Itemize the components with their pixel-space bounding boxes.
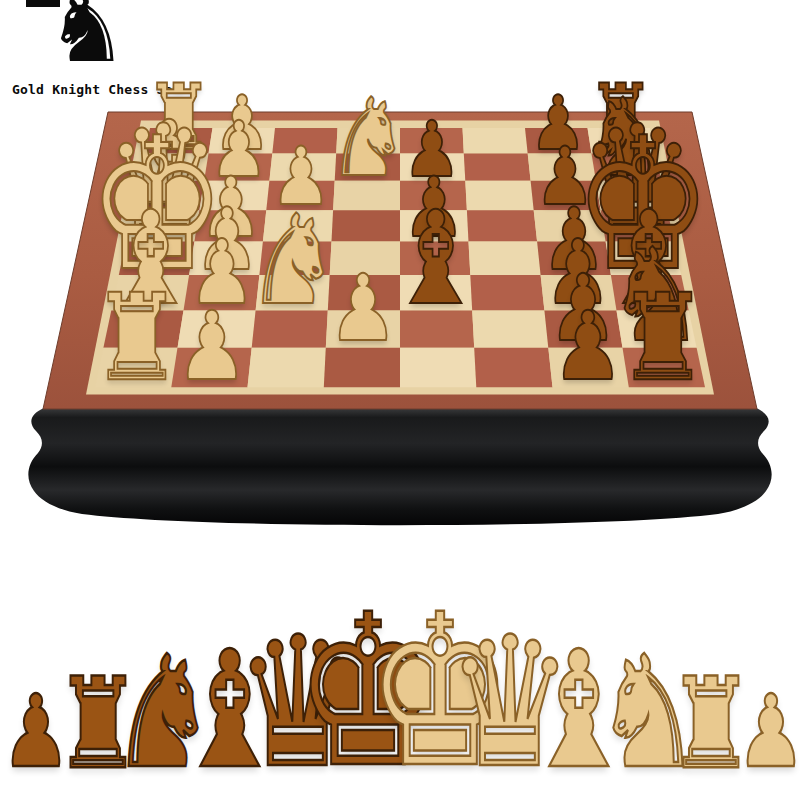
square-c3[interactable] bbox=[266, 181, 334, 210]
square-g8[interactable] bbox=[617, 310, 697, 347]
square-b4[interactable] bbox=[335, 153, 400, 180]
square-e1[interactable] bbox=[119, 242, 195, 275]
square-g5[interactable] bbox=[400, 310, 474, 347]
square-d8[interactable] bbox=[601, 210, 675, 241]
square-c7[interactable] bbox=[531, 181, 601, 210]
square-a6[interactable] bbox=[463, 128, 528, 153]
square-d3[interactable] bbox=[263, 210, 333, 241]
square-e5[interactable] bbox=[400, 242, 470, 275]
square-e2[interactable] bbox=[189, 242, 263, 275]
square-e7[interactable] bbox=[537, 242, 611, 275]
plinth-base bbox=[28, 408, 771, 525]
square-c1[interactable] bbox=[133, 181, 205, 210]
square-h3[interactable] bbox=[248, 348, 326, 387]
square-f2[interactable] bbox=[184, 275, 260, 310]
square-h1[interactable] bbox=[95, 348, 178, 387]
square-h7[interactable] bbox=[548, 348, 629, 387]
square-e8[interactable] bbox=[606, 242, 682, 275]
square-d2[interactable] bbox=[194, 210, 266, 241]
square-g6[interactable] bbox=[472, 310, 548, 347]
square-g7[interactable] bbox=[544, 310, 622, 347]
square-g3[interactable] bbox=[252, 310, 328, 347]
square-d1[interactable] bbox=[126, 210, 199, 241]
square-b6[interactable] bbox=[464, 153, 531, 180]
square-h8[interactable] bbox=[623, 348, 706, 387]
square-g4[interactable] bbox=[326, 310, 400, 347]
square-a1[interactable] bbox=[145, 128, 213, 153]
lineup-piece-light-pawn: ♟ bbox=[736, 682, 800, 782]
square-c6[interactable] bbox=[465, 181, 533, 210]
square-b7[interactable] bbox=[528, 153, 596, 180]
square-b8[interactable] bbox=[592, 153, 662, 180]
square-a3[interactable] bbox=[272, 128, 337, 153]
square-e4[interactable] bbox=[330, 242, 400, 275]
square-h6[interactable] bbox=[474, 348, 552, 387]
square-d4[interactable] bbox=[332, 210, 401, 241]
square-g1[interactable] bbox=[103, 310, 183, 347]
brand-logo: ♞ Gold Knight Chess Set bbox=[8, 0, 218, 104]
square-f6[interactable] bbox=[470, 275, 544, 310]
square-f5[interactable] bbox=[400, 275, 472, 310]
square-a7[interactable] bbox=[525, 128, 592, 153]
square-c4[interactable] bbox=[333, 181, 400, 210]
square-b3[interactable] bbox=[269, 153, 336, 180]
square-a8[interactable] bbox=[588, 128, 656, 153]
square-h2[interactable] bbox=[171, 348, 251, 387]
square-f3[interactable] bbox=[256, 275, 330, 310]
square-h4[interactable] bbox=[324, 348, 400, 387]
square-d7[interactable] bbox=[534, 210, 606, 241]
square-b1[interactable] bbox=[139, 153, 209, 180]
square-b2[interactable] bbox=[204, 153, 272, 180]
square-e6[interactable] bbox=[469, 242, 541, 275]
square-d5[interactable] bbox=[400, 210, 469, 241]
square-b5[interactable] bbox=[400, 153, 465, 180]
piece-lineup: ♟♜♞♝♛♚♚♛♝♞♜♟ bbox=[0, 560, 800, 800]
square-a5[interactable] bbox=[400, 128, 464, 153]
knight-logo-icon: ♞ bbox=[46, 0, 128, 76]
square-h5[interactable] bbox=[400, 348, 476, 387]
square-a2[interactable] bbox=[209, 128, 276, 153]
square-e3[interactable] bbox=[259, 242, 331, 275]
logo-text: Gold Knight Chess Set bbox=[12, 82, 222, 97]
square-c2[interactable] bbox=[199, 181, 269, 210]
product-photo: ♜♝♛♚♝♜♞♞♟♟♟♟♟♟♟♟♜♞♛♚♝♞♜♝♟♟♟♟♟♟♟♟ ♞ Gold … bbox=[0, 0, 800, 800]
square-c8[interactable] bbox=[596, 181, 668, 210]
square-f4[interactable] bbox=[328, 275, 400, 310]
square-f7[interactable] bbox=[541, 275, 617, 310]
square-c5[interactable] bbox=[400, 181, 467, 210]
square-d6[interactable] bbox=[467, 210, 537, 241]
square-f8[interactable] bbox=[611, 275, 689, 310]
square-g2[interactable] bbox=[178, 310, 256, 347]
square-f1[interactable] bbox=[111, 275, 189, 310]
square-a4[interactable] bbox=[336, 128, 400, 153]
